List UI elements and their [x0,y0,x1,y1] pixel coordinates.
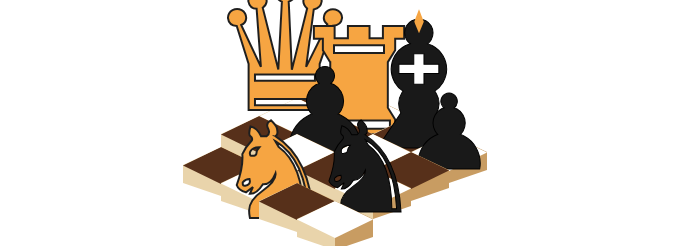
chess-illustration: ♛♟♜♝♟♞♞ Flat isometric illustration of a… [0,0,690,246]
bishop-top-flame-icon [412,9,427,33]
chess-board: ♛♟♜♝♟♞♞ [0,0,690,246]
